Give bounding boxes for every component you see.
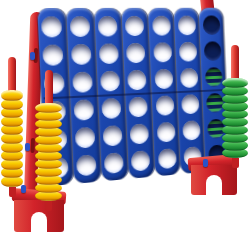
board-cell-r3c3 [100,71,120,92]
board-cell-r4c2 [74,99,95,121]
board-cell-r3c2 [72,72,93,93]
board-cell-r6c4 [131,150,150,171]
blue-peg [21,185,26,193]
blue-peg [203,159,208,167]
board-cell-r5c2 [75,127,96,149]
board-cell-r2c1 [42,44,63,65]
board-cell-r3c6 [180,68,198,88]
rack-pole-stub [232,158,239,168]
peg-slot [30,138,35,153]
rack-pole-tip [45,70,53,106]
board-cell-r1c6 [177,16,195,36]
board-cell-r1c4 [125,16,145,36]
yellow-disc[interactable] [1,90,23,101]
rack-pole-tip [231,45,239,81]
frame-right-foot-arch [206,175,222,195]
blue-peg [25,143,30,151]
board-cell-r3c4 [128,70,147,91]
board-cell-r4c4 [129,97,148,118]
board-cell-r2c2 [71,44,92,65]
board-cell-r2c4 [126,43,145,63]
board-cell-r3c7 [205,67,223,87]
disc-rings [222,78,248,158]
board-cell-r1c1 [41,16,62,37]
board-cell-r4c5 [155,95,174,116]
board-cell-r1c7 [203,15,221,34]
green-disc[interactable] [222,78,248,88]
board-cell-r1c5 [152,16,171,36]
disc-rings [35,103,62,201]
blue-peg [30,52,35,60]
rack-pole-tip [8,57,16,93]
giant-connect-four-photo [0,0,251,240]
frame-left-foot-arch [31,212,47,233]
board-cell-r1c2 [70,16,91,37]
disc-rack-left-inner [35,70,62,211]
board-cell-r4c6 [181,94,199,114]
board-cell-r5c5 [156,122,175,143]
board-cell-r6c3 [104,152,124,174]
rack-pole-stub [9,187,16,197]
board-cell-r2c6 [179,42,197,62]
board-cell-r2c5 [153,42,172,62]
board-cell-r5c6 [182,120,200,141]
board-cell-r2c3 [99,43,119,64]
disc-rack-left-outer [1,57,23,197]
disc-rack-right [222,45,248,168]
board-cell-r5c4 [130,123,149,144]
board-cell-r4c3 [102,98,122,119]
yellow-disc[interactable] [35,103,62,113]
board-cell-r3c5 [154,69,173,89]
board-cell-r6c2 [76,154,97,176]
board-cell-r6c5 [158,148,177,169]
board-cell-r5c3 [103,125,123,147]
board-cell-r2c7 [204,41,222,61]
board-cell-r1c3 [98,16,118,37]
disc-rings [1,90,23,187]
rack-pole-stub [45,201,52,211]
